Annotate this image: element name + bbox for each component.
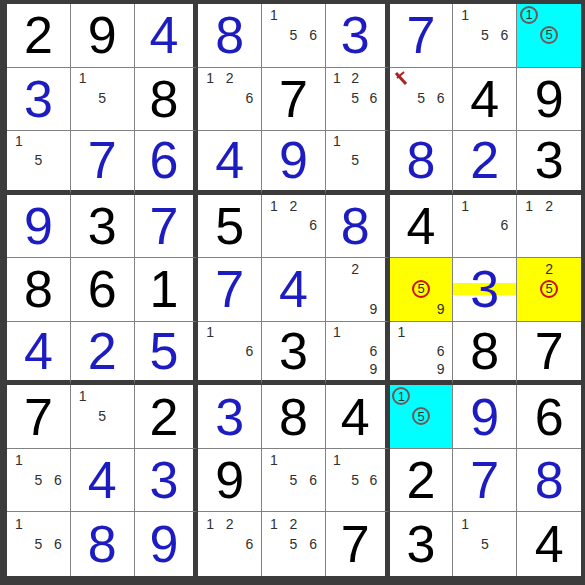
candidate-1: 1 [264, 450, 284, 470]
solved-digit: 4 [279, 263, 308, 315]
candidate-1: 1 [328, 450, 346, 470]
given-digit: 2 [24, 9, 53, 61]
candidate-grid: 156 [455, 5, 514, 65]
solved-digit: 8 [407, 134, 436, 186]
cell-r4c2[interactable]: 3 [71, 195, 135, 259]
candidate-2: 2 [539, 196, 559, 216]
solved-digit: 8 [535, 454, 564, 506]
candidate-5: 5 [475, 25, 495, 45]
cell-r8c7[interactable]: 2 [390, 449, 454, 513]
candidate-6: 6 [240, 534, 260, 554]
given-digit: 4 [341, 391, 370, 443]
cell-r4c3[interactable]: 7 [135, 195, 199, 259]
candidate-5: 5 [284, 534, 304, 554]
given-digit: 6 [88, 263, 117, 315]
cell-r5c3[interactable]: 1 [135, 258, 199, 322]
candidate-grid: 15 [455, 513, 514, 574]
cell-r7c5[interactable]: 8 [262, 385, 326, 449]
given-digit: 2 [407, 454, 436, 506]
candidate-6: 6 [303, 534, 323, 554]
candidate-1: 1 [264, 5, 284, 25]
candidate-5: 5 [92, 88, 112, 108]
solved-digit: 3 [215, 391, 244, 443]
solved-digit: 9 [470, 391, 499, 443]
candidate-1: 1 [455, 513, 475, 533]
cell-r5c8[interactable]: 3 [453, 258, 517, 322]
solved-digit: 4 [149, 9, 178, 61]
given-digit: 8 [279, 391, 308, 443]
given-digit: 6 [535, 391, 564, 443]
cell-r8c5[interactable]: 156 [262, 449, 326, 513]
candidate-1: 1 [455, 5, 475, 25]
given-digit: 9 [88, 9, 117, 61]
cell-r8c2[interactable]: 4 [71, 449, 135, 513]
candidate-grid: 169 [392, 323, 451, 379]
given-digit: 3 [535, 134, 564, 186]
cell-r2c6[interactable]: 1256 [326, 68, 390, 132]
cell-r9c6[interactable]: 7 [326, 512, 390, 576]
solved-digit: 2 [470, 134, 499, 186]
cell-r5c1[interactable]: 8 [7, 258, 71, 322]
candidate-1: 1 [328, 323, 346, 342]
candidate-1: 1 [264, 513, 284, 533]
candidate-grid: 59 [392, 259, 451, 319]
candidate-2: 2 [284, 196, 304, 216]
candidate-2: 2 [346, 69, 364, 89]
given-digit: 3 [279, 325, 308, 377]
candidate-grid: 156 [9, 450, 68, 510]
cell-r1c1[interactable]: 2 [7, 4, 71, 68]
candidate-6: 6 [240, 341, 260, 360]
solved-digit: 2 [88, 325, 117, 377]
candidate-grid: 126 [200, 513, 259, 574]
candidate-grid: 156 [264, 450, 323, 510]
circled-candidate-1: 1 [392, 387, 410, 405]
candidate-1: 1 [9, 132, 29, 151]
solved-digit: 3 [24, 73, 53, 125]
candidate-9: 9 [431, 360, 451, 379]
cell-r9c7[interactable]: 3 [390, 512, 454, 576]
sudoku-board: 2948156371561531581267125656491576491582… [0, 0, 585, 585]
cell-r8c8[interactable]: 7 [453, 449, 517, 513]
cell-r4c6[interactable]: 8 [326, 195, 390, 259]
cell-r1c3[interactable]: 4 [135, 4, 199, 68]
candidate-grid: 15 [73, 386, 132, 446]
candidate-5: 5 [29, 470, 49, 490]
candidate-2: 2 [220, 69, 240, 89]
cell-r1c9[interactable]: 15 [517, 4, 581, 68]
candidate-1: 1 [9, 513, 29, 533]
cell-r7c2[interactable]: 15 [71, 385, 135, 449]
cell-r9c4[interactable]: 126 [198, 512, 262, 576]
cell-r5c7[interactable]: 59 [390, 258, 454, 322]
cell-r1c8[interactable]: 156 [453, 4, 517, 68]
candidate-grid: 56 [392, 69, 451, 129]
given-digit: 3 [407, 518, 436, 570]
candidate-1: 1 [200, 513, 220, 533]
given-digit: 9 [215, 454, 244, 506]
cell-r6c1[interactable]: 4 [7, 322, 71, 386]
solved-digit: 3 [149, 454, 178, 506]
candidate-6: 6 [303, 216, 323, 236]
circled-candidate-5: 5 [412, 407, 430, 425]
cell-r1c4[interactable]: 8 [198, 4, 262, 68]
given-digit: 8 [24, 263, 53, 315]
given-digit: 8 [149, 73, 178, 125]
candidate-5: 5 [29, 534, 49, 554]
candidate-2: 2 [346, 259, 364, 279]
cell-r2c1[interactable]: 3 [7, 68, 71, 132]
cell-r3c7[interactable]: 8 [390, 131, 454, 195]
candidate-6: 6 [364, 470, 382, 490]
candidate-6: 6 [431, 341, 451, 360]
candidate-grid: 156 [264, 5, 323, 65]
cell-r3c4[interactable]: 4 [198, 131, 262, 195]
candidate-6: 6 [364, 341, 382, 360]
cell-r7c9[interactable]: 6 [517, 385, 581, 449]
candidate-2: 2 [539, 259, 559, 279]
cell-r8c4[interactable]: 9 [198, 449, 262, 513]
candidate-9: 9 [364, 299, 382, 319]
cell-r7c8[interactable]: 9 [453, 385, 517, 449]
given-digit: 8 [470, 325, 499, 377]
candidate-6: 6 [364, 88, 382, 108]
candidate-2: 2 [220, 513, 240, 533]
solved-digit: 7 [215, 263, 244, 315]
candidate-1: 1 [264, 196, 284, 216]
candidate-1: 1 [328, 132, 346, 151]
candidate-1: 1 [519, 196, 539, 216]
cell-r8c3[interactable]: 3 [135, 449, 199, 513]
cell-r9c2[interactable]: 8 [71, 512, 135, 576]
cell-r1c6[interactable]: 3 [326, 4, 390, 68]
candidate-9: 9 [431, 299, 451, 319]
cell-r7c1[interactable]: 7 [7, 385, 71, 449]
cell-r5c6[interactable]: 29 [326, 258, 390, 322]
cell-r6c2[interactable]: 2 [71, 322, 135, 386]
cell-r9c1[interactable]: 156 [7, 512, 71, 576]
candidate-6: 6 [495, 25, 515, 45]
eliminated-candidate-slash-icon [392, 69, 412, 89]
cell-r5c2[interactable]: 6 [71, 258, 135, 322]
given-digit: 4 [535, 518, 564, 570]
given-digit: 1 [149, 263, 178, 315]
candidate-grid: 156 [9, 513, 68, 574]
given-digit: 7 [341, 518, 370, 570]
candidate-1: 1 [200, 69, 220, 89]
candidate-6: 6 [48, 470, 68, 490]
candidate-grid: 1256 [264, 513, 323, 574]
cell-r5c4[interactable]: 7 [198, 258, 262, 322]
cell-r9c9[interactable]: 4 [517, 512, 581, 576]
cell-r5c5[interactable]: 4 [262, 258, 326, 322]
candidate-6: 6 [431, 88, 451, 108]
cell-r4c4[interactable]: 5 [198, 195, 262, 259]
cell-r7c6[interactable]: 4 [326, 385, 390, 449]
cell-r6c5[interactable]: 3 [262, 322, 326, 386]
circled-candidate-5: 5 [540, 280, 558, 298]
cell-r6c9[interactable]: 7 [517, 322, 581, 386]
solved-digit: 8 [341, 200, 370, 252]
cell-r6c8[interactable]: 8 [453, 322, 517, 386]
given-digit: 5 [215, 200, 244, 252]
candidate-5: 5 [346, 88, 364, 108]
candidate-1: 1 [9, 450, 29, 470]
cell-r3c6[interactable]: 15 [326, 131, 390, 195]
cell-r7c7[interactable]: 15 [390, 385, 454, 449]
candidate-grid: 15 [519, 5, 579, 65]
candidate-5: 5 [411, 88, 431, 108]
solved-digit: 4 [88, 454, 117, 506]
cell-r4c1[interactable]: 9 [7, 195, 71, 259]
cell-r3c1[interactable]: 15 [7, 131, 71, 195]
candidate-1: 1 [73, 386, 93, 406]
candidate-1: 1 [392, 323, 412, 342]
candidate-5: 5 [284, 470, 304, 490]
sudoku-grid: 2948156371561531581267125656491576491582… [7, 4, 581, 576]
candidate-grid: 12 [519, 196, 579, 256]
cell-r4c8[interactable]: 16 [453, 195, 517, 259]
cell-r6c3[interactable]: 5 [135, 322, 199, 386]
solved-digit: 9 [149, 518, 178, 570]
cell-r9c8[interactable]: 15 [453, 512, 517, 576]
candidate-1: 1 [73, 69, 93, 89]
cell-r6c4[interactable]: 16 [198, 322, 262, 386]
given-digit: 4 [407, 200, 436, 252]
cell-r2c8[interactable]: 4 [453, 68, 517, 132]
cell-r7c3[interactable]: 2 [135, 385, 199, 449]
given-digit: 7 [279, 73, 308, 125]
candidate-grid: 25 [519, 259, 579, 319]
given-digit: 9 [535, 73, 564, 125]
cell-r2c5[interactable]: 7 [262, 68, 326, 132]
cell-r4c5[interactable]: 126 [262, 195, 326, 259]
candidate-grid: 156 [328, 450, 383, 510]
solved-digit: 9 [279, 134, 308, 186]
candidate-grid: 29 [328, 259, 383, 319]
circled-candidate-5: 5 [412, 280, 430, 298]
candidate-5: 5 [475, 534, 495, 554]
solved-digit: 4 [215, 134, 244, 186]
candidate-1: 1 [328, 69, 346, 89]
candidate-grid: 169 [328, 323, 383, 379]
candidate-grid: 126 [264, 196, 323, 256]
candidate-1: 1 [200, 323, 220, 342]
cell-r4c9[interactable]: 12 [517, 195, 581, 259]
candidate-grid: 15 [73, 69, 132, 129]
given-digit: 4 [470, 73, 499, 125]
candidate-grid: 126 [200, 69, 259, 129]
candidate-5: 5 [346, 151, 364, 170]
cell-r7c4[interactable]: 3 [198, 385, 262, 449]
given-digit: 2 [149, 391, 178, 443]
solved-digit: 8 [215, 9, 244, 61]
solved-digit: 7 [149, 200, 178, 252]
candidate-grid: 15 [9, 132, 68, 188]
candidate-6: 6 [48, 534, 68, 554]
candidate-6: 6 [303, 25, 323, 45]
cell-r2c7[interactable]: 56 [390, 68, 454, 132]
given-digit: 3 [88, 200, 117, 252]
solved-digit: 7 [407, 9, 436, 61]
cell-r9c3[interactable]: 9 [135, 512, 199, 576]
candidate-5: 5 [29, 151, 49, 170]
cell-r3c5[interactable]: 9 [262, 131, 326, 195]
cell-r4c7[interactable]: 4 [390, 195, 454, 259]
circled-candidate-5: 5 [540, 26, 558, 44]
cell-r3c2[interactable]: 7 [71, 131, 135, 195]
solved-digit: 7 [470, 454, 499, 506]
cell-r3c8[interactable]: 2 [453, 131, 517, 195]
solved-digit: 8 [88, 518, 117, 570]
candidate-grid: 15 [392, 386, 451, 446]
candidate-5: 5 [284, 25, 304, 45]
cell-r8c1[interactable]: 156 [7, 449, 71, 513]
candidate-1: 1 [455, 196, 475, 216]
solved-digit: 7 [88, 134, 117, 186]
cell-r2c3[interactable]: 8 [135, 68, 199, 132]
candidate-grid: 16 [200, 323, 259, 379]
candidate-6: 6 [495, 216, 515, 236]
solved-digit: 4 [24, 325, 53, 377]
solved-digit: 3 [470, 263, 499, 315]
cell-r8c6[interactable]: 156 [326, 449, 390, 513]
circled-candidate-1: 1 [520, 6, 538, 24]
cell-r3c3[interactable]: 6 [135, 131, 199, 195]
given-digit: 7 [535, 325, 564, 377]
given-digit: 7 [24, 391, 53, 443]
cell-r2c4[interactable]: 126 [198, 68, 262, 132]
cell-r8c9[interactable]: 8 [517, 449, 581, 513]
cell-r1c2[interactable]: 9 [71, 4, 135, 68]
candidate-5: 5 [92, 406, 112, 426]
cell-r3c9[interactable]: 3 [517, 131, 581, 195]
cell-r6c7[interactable]: 169 [390, 322, 454, 386]
cell-r9c5[interactable]: 1256 [262, 512, 326, 576]
solved-digit: 3 [341, 9, 370, 61]
candidate-grid: 15 [328, 132, 383, 188]
candidate-grid: 16 [455, 196, 514, 256]
candidate-5: 5 [346, 470, 364, 490]
candidate-2: 2 [284, 513, 304, 533]
cell-r1c7[interactable]: 7 [390, 4, 454, 68]
candidate-grid: 1256 [328, 69, 383, 129]
cell-r6c6[interactable]: 169 [326, 322, 390, 386]
candidate-6: 6 [303, 470, 323, 490]
cell-r2c2[interactable]: 15 [71, 68, 135, 132]
solved-digit: 9 [24, 200, 53, 252]
cell-r5c9[interactable]: 25 [517, 258, 581, 322]
solved-digit: 6 [149, 134, 178, 186]
cell-r1c5[interactable]: 156 [262, 4, 326, 68]
candidate-6: 6 [240, 88, 260, 108]
cell-r2c9[interactable]: 9 [517, 68, 581, 132]
candidate-9: 9 [364, 360, 382, 379]
solved-digit: 5 [149, 325, 178, 377]
